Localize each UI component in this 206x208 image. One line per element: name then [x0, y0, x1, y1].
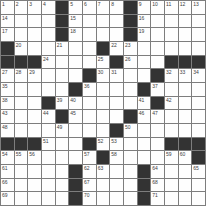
white-cell-r9c8[interactable] — [97, 110, 110, 123]
white-cell-r5c8[interactable]: 25 — [97, 56, 110, 69]
clue-number-53: 53 — [111, 138, 117, 144]
white-cell-r14c5[interactable] — [56, 179, 69, 192]
clue-number-22: 22 — [111, 42, 117, 48]
clue-number-4: 4 — [43, 1, 46, 7]
clue-number-36: 36 — [84, 83, 90, 89]
white-cell-r7c1[interactable]: 35 — [1, 83, 14, 96]
white-cell-r15c7[interactable]: 70 — [83, 192, 96, 205]
white-cell-r2c9[interactable] — [110, 15, 123, 28]
black-cell-r11c3 — [28, 138, 41, 151]
white-cell-r4c5[interactable]: 21 — [56, 42, 69, 55]
white-cell-r8c2[interactable] — [15, 97, 28, 110]
clue-number-59: 59 — [166, 151, 172, 157]
white-cell-r9c1[interactable]: 43 — [1, 110, 14, 123]
white-cell-r11c12[interactable] — [151, 138, 164, 151]
white-cell-r14c7[interactable]: 67 — [83, 179, 96, 192]
white-cell-r10c3[interactable] — [28, 124, 41, 137]
clue-number-11: 11 — [166, 1, 171, 7]
black-cell-r11c13 — [165, 138, 178, 151]
white-cell-r8c5[interactable]: 39 — [56, 97, 69, 110]
white-cell-r10c5[interactable]: 49 — [56, 124, 69, 137]
white-cell-r9c6[interactable]: 45 — [69, 110, 82, 123]
white-cell-r14c15[interactable] — [192, 179, 205, 192]
black-cell-r5c9 — [110, 56, 123, 69]
white-cell-r2c12[interactable] — [151, 15, 164, 28]
white-cell-r3c12[interactable] — [151, 28, 164, 41]
white-cell-r13c4[interactable] — [42, 165, 55, 178]
white-cell-r7c15[interactable] — [192, 83, 205, 96]
white-cell-r2c11[interactable]: 16 — [138, 15, 151, 28]
white-cell-r7c10[interactable] — [124, 83, 137, 96]
white-cell-r6c5[interactable] — [56, 69, 69, 82]
white-cell-r1c1[interactable]: 1 — [1, 1, 14, 14]
white-cell-r15c14[interactable] — [179, 192, 192, 205]
white-cell-r9c14[interactable] — [179, 110, 192, 123]
clue-number-21: 21 — [57, 42, 63, 48]
white-cell-r1c12[interactable]: 10 — [151, 1, 164, 14]
black-cell-r14c6 — [69, 179, 82, 192]
clue-number-55: 55 — [16, 151, 22, 157]
white-cell-r13c1[interactable]: 61 — [1, 165, 14, 178]
white-cell-r9c13[interactable] — [165, 110, 178, 123]
white-cell-r10c13[interactable] — [165, 124, 178, 137]
clue-number-63: 63 — [98, 165, 104, 171]
white-cell-r11c6[interactable] — [69, 138, 82, 151]
clue-number-45: 45 — [70, 110, 76, 116]
white-cell-r10c1[interactable]: 48 — [1, 124, 14, 137]
black-cell-r7c6 — [69, 83, 82, 96]
white-cell-r4c2[interactable]: 20 — [15, 42, 28, 55]
white-cell-r12c7[interactable]: 57 — [83, 151, 96, 164]
white-cell-r6c8[interactable]: 30 — [97, 69, 110, 82]
white-cell-r3c8[interactable] — [97, 28, 110, 41]
black-cell-r2c5 — [56, 15, 69, 28]
clue-number-25: 25 — [98, 56, 104, 62]
black-cell-r11c15 — [192, 138, 205, 151]
white-cell-r12c9[interactable]: 58 — [110, 151, 123, 164]
white-cell-r11c11[interactable] — [138, 138, 151, 151]
white-cell-r13c10[interactable] — [124, 165, 137, 178]
clue-number-58: 58 — [111, 151, 117, 157]
white-cell-r7c12[interactable]: 37 — [151, 83, 164, 96]
white-cell-r15c12[interactable]: 71 — [151, 192, 164, 205]
white-cell-r12c11[interactable] — [138, 151, 151, 164]
black-cell-r9c5 — [56, 110, 69, 123]
white-cell-r2c14[interactable] — [179, 15, 192, 28]
white-cell-r10c10[interactable]: 50 — [124, 124, 137, 137]
black-cell-r14c11 — [138, 179, 151, 192]
white-cell-r7c8[interactable] — [97, 83, 110, 96]
clue-number-10: 10 — [152, 1, 158, 7]
clue-number-2: 2 — [16, 1, 19, 7]
clue-number-23: 23 — [125, 42, 131, 48]
white-cell-r8c8[interactable] — [97, 97, 110, 110]
clue-number-46: 46 — [139, 110, 145, 116]
black-cell-r6c7 — [83, 69, 96, 82]
white-cell-r12c4[interactable] — [42, 151, 55, 164]
white-cell-r4c12[interactable] — [151, 42, 164, 55]
white-cell-r13c2[interactable] — [15, 165, 28, 178]
clue-number-26: 26 — [125, 56, 131, 62]
white-cell-r1c9[interactable]: 8 — [110, 1, 123, 14]
white-cell-r8c14[interactable] — [179, 97, 192, 110]
white-cell-r14c9[interactable] — [110, 179, 123, 192]
white-cell-r7c9[interactable] — [110, 83, 123, 96]
clue-number-19: 19 — [139, 28, 145, 34]
white-cell-r8c9[interactable] — [110, 97, 123, 110]
black-cell-r6c12 — [151, 69, 164, 82]
white-cell-r7c5[interactable] — [56, 83, 69, 96]
black-cell-r12c15 — [192, 151, 205, 164]
white-cell-r7c4[interactable] — [42, 83, 55, 96]
white-cell-r1c2[interactable]: 2 — [15, 1, 28, 14]
white-cell-r2c15[interactable] — [192, 15, 205, 28]
clue-number-17: 17 — [2, 28, 8, 34]
clue-number-54: 54 — [2, 151, 8, 157]
clue-number-48: 48 — [2, 124, 8, 130]
white-cell-r8c7[interactable] — [83, 97, 96, 110]
clue-number-7: 7 — [98, 1, 101, 7]
white-cell-r15c8[interactable] — [97, 192, 110, 205]
clue-number-31: 31 — [111, 69, 117, 75]
white-cell-r5c7[interactable] — [83, 56, 96, 69]
clue-number-33: 33 — [180, 69, 186, 75]
white-cell-r12c12[interactable] — [151, 151, 164, 164]
clue-number-13: 13 — [193, 1, 199, 7]
black-cell-r2c10 — [124, 15, 137, 28]
white-cell-r13c14[interactable] — [179, 165, 192, 178]
clue-number-16: 16 — [139, 15, 145, 21]
clue-number-50: 50 — [125, 124, 131, 130]
clue-number-34: 34 — [193, 69, 199, 75]
white-cell-r14c1[interactable]: 66 — [1, 179, 14, 192]
white-cell-r13c15[interactable]: 65 — [192, 165, 205, 178]
clue-number-65: 65 — [193, 165, 199, 171]
black-cell-r9c10 — [124, 110, 137, 123]
black-cell-r5c15 — [192, 56, 205, 69]
white-cell-r7c7[interactable]: 36 — [83, 83, 96, 96]
white-cell-r2c1[interactable]: 14 — [1, 15, 14, 28]
white-cell-r13c13[interactable] — [165, 165, 178, 178]
black-cell-r7c11 — [138, 83, 151, 96]
white-cell-r8c13[interactable]: 42 — [165, 97, 178, 110]
white-cell-r3c1[interactable]: 17 — [1, 28, 14, 41]
clue-number-56: 56 — [29, 151, 35, 157]
black-cell-r3c5 — [56, 28, 69, 41]
clue-number-66: 66 — [2, 179, 8, 185]
white-cell-r1c11[interactable]: 9 — [138, 1, 151, 14]
black-cell-r4c1 — [1, 42, 14, 55]
white-cell-r9c12[interactable]: 47 — [151, 110, 164, 123]
white-cell-r3c11[interactable]: 19 — [138, 28, 151, 41]
black-cell-r4c8 — [97, 42, 110, 55]
white-cell-r14c14[interactable] — [179, 179, 192, 192]
clue-number-61: 61 — [2, 165, 8, 171]
clue-number-27: 27 — [2, 69, 8, 75]
clue-number-6: 6 — [84, 1, 87, 7]
white-cell-r2c2[interactable] — [15, 15, 28, 28]
white-cell-r10c4[interactable] — [42, 124, 55, 137]
white-cell-r2c7[interactable] — [83, 15, 96, 28]
clue-number-35: 35 — [2, 83, 8, 89]
white-cell-r6c13[interactable]: 32 — [165, 69, 178, 82]
white-cell-r4c13[interactable] — [165, 42, 178, 55]
clue-number-24: 24 — [43, 56, 49, 62]
white-cell-r11c8[interactable]: 52 — [97, 138, 110, 151]
black-cell-r11c2 — [15, 138, 28, 151]
white-cell-r10c7[interactable] — [83, 124, 96, 137]
clue-number-71: 71 — [152, 192, 158, 198]
black-cell-r1c10 — [124, 1, 137, 14]
black-cell-r5c14 — [179, 56, 192, 69]
black-cell-r5c13 — [165, 56, 178, 69]
white-cell-r12c3[interactable]: 56 — [28, 151, 41, 164]
black-cell-r11c1 — [1, 138, 14, 151]
white-cell-r9c4[interactable]: 44 — [42, 110, 55, 123]
white-cell-r2c3[interactable] — [28, 15, 41, 28]
clue-number-44: 44 — [43, 110, 49, 116]
white-cell-r5c12[interactable] — [151, 56, 164, 69]
white-cell-r15c4[interactable] — [42, 192, 55, 205]
white-cell-r12c5[interactable] — [56, 151, 69, 164]
black-cell-r3c10 — [124, 28, 137, 41]
white-cell-r13c7[interactable]: 62 — [83, 165, 96, 178]
black-cell-r5c1 — [1, 56, 14, 69]
white-cell-r4c15[interactable] — [192, 42, 205, 55]
white-cell-r6c15[interactable]: 34 — [192, 69, 205, 82]
white-cell-r14c10[interactable] — [124, 179, 137, 192]
clue-number-49: 49 — [57, 124, 63, 130]
white-cell-r10c6[interactable] — [69, 124, 82, 137]
white-cell-r1c6[interactable]: 5 — [69, 1, 82, 14]
white-cell-r1c3[interactable]: 3 — [28, 1, 41, 14]
white-cell-r10c8[interactable] — [97, 124, 110, 137]
white-cell-r9c7[interactable] — [83, 110, 96, 123]
white-cell-r15c10[interactable] — [124, 192, 137, 205]
white-cell-r10c14[interactable] — [179, 124, 192, 137]
white-cell-r4c10[interactable]: 23 — [124, 42, 137, 55]
black-cell-r11c14 — [179, 138, 192, 151]
clue-number-40: 40 — [70, 97, 76, 103]
white-cell-r12c14[interactable]: 60 — [179, 151, 192, 164]
white-cell-r14c3[interactable] — [28, 179, 41, 192]
clue-number-62: 62 — [84, 165, 90, 171]
white-cell-r4c7[interactable] — [83, 42, 96, 55]
white-cell-r5c11[interactable] — [138, 56, 151, 69]
black-cell-r15c6 — [69, 192, 82, 205]
white-cell-r15c2[interactable] — [15, 192, 28, 205]
clue-number-5: 5 — [70, 1, 73, 7]
clue-number-52: 52 — [98, 138, 104, 144]
white-cell-r14c12[interactable]: 68 — [151, 179, 164, 192]
white-cell-r1c7[interactable]: 6 — [83, 1, 96, 14]
white-cell-r2c8[interactable] — [97, 15, 110, 28]
white-cell-r3c14[interactable] — [179, 28, 192, 41]
white-cell-r2c6[interactable]: 15 — [69, 15, 82, 28]
white-cell-r6c6[interactable] — [69, 69, 82, 82]
clue-number-42: 42 — [166, 97, 172, 103]
white-cell-r6c4[interactable] — [42, 69, 55, 82]
white-cell-r1c4[interactable]: 4 — [42, 1, 55, 14]
white-cell-r11c5[interactable] — [56, 138, 69, 151]
clue-number-43: 43 — [2, 110, 8, 116]
clue-number-47: 47 — [152, 110, 158, 116]
black-cell-r1c5 — [56, 1, 69, 14]
white-cell-r4c6[interactable] — [69, 42, 82, 55]
white-cell-r4c11[interactable] — [138, 42, 151, 55]
white-cell-r13c12[interactable]: 64 — [151, 165, 164, 178]
white-cell-r9c3[interactable] — [28, 110, 41, 123]
white-cell-r13c5[interactable] — [56, 165, 69, 178]
white-cell-r9c11[interactable]: 46 — [138, 110, 151, 123]
white-cell-r8c11[interactable]: 41 — [138, 97, 151, 110]
white-cell-r15c1[interactable]: 69 — [1, 192, 14, 205]
white-cell-r8c3[interactable] — [28, 97, 41, 110]
white-cell-r12c13[interactable]: 59 — [165, 151, 178, 164]
crossword-grid: 1234567891011121314151617181920212223242… — [0, 0, 206, 206]
white-cell-r3c7[interactable] — [83, 28, 96, 41]
white-cell-r7c2[interactable] — [15, 83, 28, 96]
crossword-puzzle: 1234567891011121314151617181920212223242… — [0, 0, 206, 208]
white-cell-r1c13[interactable]: 11 — [165, 1, 178, 14]
white-cell-r3c2[interactable] — [15, 28, 28, 41]
clue-number-32: 32 — [166, 69, 172, 75]
white-cell-r15c13[interactable] — [165, 192, 178, 205]
white-cell-r12c1[interactable]: 54 — [1, 151, 14, 164]
white-cell-r6c14[interactable]: 33 — [179, 69, 192, 82]
white-cell-r11c9[interactable]: 53 — [110, 138, 123, 151]
white-cell-r13c8[interactable]: 63 — [97, 165, 110, 178]
white-cell-r3c15[interactable] — [192, 28, 205, 41]
white-cell-r14c8[interactable] — [97, 179, 110, 192]
black-cell-r8c12 — [151, 97, 164, 110]
white-cell-r12c6[interactable] — [69, 151, 82, 164]
clue-number-15: 15 — [70, 15, 76, 21]
white-cell-r5c6[interactable] — [69, 56, 82, 69]
white-cell-r9c2[interactable] — [15, 110, 28, 123]
white-cell-r4c14[interactable] — [179, 42, 192, 55]
white-cell-r11c4[interactable]: 51 — [42, 138, 55, 151]
white-cell-r4c4[interactable] — [42, 42, 55, 55]
white-cell-r15c3[interactable] — [28, 192, 41, 205]
black-cell-r10c9 — [110, 124, 123, 137]
clue-number-3: 3 — [29, 1, 32, 7]
white-cell-r10c12[interactable] — [151, 124, 164, 137]
white-cell-r12c2[interactable]: 55 — [15, 151, 28, 164]
white-cell-r6c3[interactable]: 29 — [28, 69, 41, 82]
white-cell-r7c13[interactable] — [165, 83, 178, 96]
white-cell-r2c13[interactable] — [165, 15, 178, 28]
black-cell-r13c11 — [138, 165, 151, 178]
clue-number-68: 68 — [152, 179, 158, 185]
clue-number-64: 64 — [152, 165, 158, 171]
white-cell-r2c4[interactable] — [42, 15, 55, 28]
white-cell-r9c9[interactable] — [110, 110, 123, 123]
white-cell-r6c11[interactable] — [138, 69, 151, 82]
white-cell-r14c2[interactable] — [15, 179, 28, 192]
clue-number-37: 37 — [152, 83, 158, 89]
clue-number-12: 12 — [180, 1, 186, 7]
white-cell-r4c3[interactable] — [28, 42, 41, 55]
white-cell-r13c3[interactable] — [28, 165, 41, 178]
white-cell-r8c6[interactable]: 40 — [69, 97, 82, 110]
clue-number-18: 18 — [70, 28, 76, 34]
white-cell-r15c5[interactable] — [56, 192, 69, 205]
clue-number-8: 8 — [111, 1, 114, 7]
clue-number-14: 14 — [2, 15, 8, 21]
white-cell-r3c13[interactable] — [165, 28, 178, 41]
clue-number-20: 20 — [16, 42, 22, 48]
white-cell-r1c15[interactable]: 13 — [192, 1, 205, 14]
white-cell-r6c9[interactable]: 31 — [110, 69, 123, 82]
white-cell-r6c2[interactable]: 28 — [15, 69, 28, 82]
clue-number-38: 38 — [2, 97, 8, 103]
white-cell-r15c15[interactable] — [192, 192, 205, 205]
black-cell-r12c8 — [97, 151, 110, 164]
white-cell-r15c9[interactable] — [110, 192, 123, 205]
white-cell-r3c4[interactable] — [42, 28, 55, 41]
white-cell-r13c9[interactable] — [110, 165, 123, 178]
white-cell-r10c15[interactable] — [192, 124, 205, 137]
clue-number-1: 1 — [2, 1, 5, 7]
white-cell-r8c15[interactable] — [192, 97, 205, 110]
black-cell-r5c3 — [28, 56, 41, 69]
white-cell-r14c4[interactable] — [42, 179, 55, 192]
clue-number-60: 60 — [180, 151, 186, 157]
black-cell-r5c2 — [15, 56, 28, 69]
white-cell-r3c3[interactable] — [28, 28, 41, 41]
white-cell-r7c14[interactable] — [179, 83, 192, 96]
white-cell-r5c5[interactable] — [56, 56, 69, 69]
white-cell-r11c10[interactable] — [124, 138, 137, 151]
white-cell-r4c9[interactable]: 22 — [110, 42, 123, 55]
clue-number-9: 9 — [139, 1, 142, 7]
clue-number-30: 30 — [98, 69, 104, 75]
clue-number-41: 41 — [139, 97, 145, 103]
clue-number-39: 39 — [57, 97, 63, 103]
clue-number-69: 69 — [2, 192, 8, 198]
clue-number-57: 57 — [84, 151, 90, 157]
white-cell-r1c8[interactable]: 7 — [97, 1, 110, 14]
white-cell-r3c6[interactable]: 18 — [69, 28, 82, 41]
clue-number-29: 29 — [29, 69, 35, 75]
white-cell-r5c4[interactable]: 24 — [42, 56, 55, 69]
clue-number-70: 70 — [84, 192, 90, 198]
white-cell-r3c9[interactable] — [110, 28, 123, 41]
black-cell-r11c7 — [83, 138, 96, 151]
white-cell-r8c10[interactable] — [124, 97, 137, 110]
white-cell-r1c14[interactable]: 12 — [179, 1, 192, 14]
clue-number-28: 28 — [16, 69, 22, 75]
white-cell-r6c1[interactable]: 27 — [1, 69, 14, 82]
black-cell-r15c11 — [138, 192, 151, 205]
white-cell-r6c10[interactable] — [124, 69, 137, 82]
black-cell-r8c4 — [42, 97, 55, 110]
white-cell-r8c1[interactable]: 38 — [1, 97, 14, 110]
clue-number-67: 67 — [84, 179, 90, 185]
black-cell-r13c6 — [69, 165, 82, 178]
white-cell-r5c10[interactable]: 26 — [124, 56, 137, 69]
white-cell-r10c11[interactable] — [138, 124, 151, 137]
white-cell-r12c10[interactable] — [124, 151, 137, 164]
clue-number-51: 51 — [43, 138, 49, 144]
white-cell-r14c13[interactable] — [165, 179, 178, 192]
white-cell-r9c15[interactable] — [192, 110, 205, 123]
white-cell-r7c3[interactable] — [28, 83, 41, 96]
white-cell-r10c2[interactable] — [15, 124, 28, 137]
